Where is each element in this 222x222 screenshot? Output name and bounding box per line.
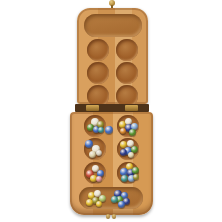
pit-bottom-row3-right[interactable] — [117, 162, 139, 184]
marble-yellow — [96, 201, 102, 207]
hinge-plate-left-icon — [86, 105, 99, 111]
board-bottom-leaf — [70, 112, 153, 215]
loose-marble-spot — [105, 126, 113, 134]
hinge-plate-right-icon — [125, 105, 138, 111]
marble-teal — [121, 175, 128, 182]
pit-bottom-row1-left[interactable] — [84, 115, 106, 137]
marble-blue — [118, 201, 125, 208]
mancala-board-photo — [0, 0, 222, 222]
marble-yellow — [86, 199, 93, 206]
marble-blue — [105, 126, 113, 134]
marble-pale — [128, 152, 134, 158]
store-top — [84, 14, 142, 37]
pit-bottom-row2-left[interactable] — [84, 138, 106, 160]
pit-top-row2-right[interactable] — [116, 62, 138, 84]
brass-clasp-hook-icon — [105, 213, 118, 220]
marble-pink — [96, 176, 102, 182]
board-top-leaf — [77, 8, 148, 104]
pit-bottom-row3-left[interactable] — [84, 162, 106, 184]
marble-blue — [85, 140, 93, 148]
pit-top-row1-left[interactable] — [87, 39, 109, 61]
hinge-strip — [75, 104, 149, 112]
marble-green — [132, 167, 139, 174]
store-bottom — [79, 187, 143, 209]
pit-bottom-row2-right[interactable] — [117, 138, 139, 160]
marble-orange — [120, 128, 126, 134]
marble-pale — [89, 151, 96, 158]
pit-top-row1-right[interactable] — [116, 39, 138, 61]
marble-clear — [96, 150, 102, 156]
marble-olive — [133, 174, 139, 180]
marble-navy — [120, 149, 127, 156]
marble-teal — [111, 196, 118, 203]
pit-bottom-row1-right[interactable] — [117, 115, 139, 137]
marble-teal — [98, 127, 104, 133]
marble-green — [129, 129, 136, 136]
pit-top-row2-left[interactable] — [87, 62, 109, 84]
